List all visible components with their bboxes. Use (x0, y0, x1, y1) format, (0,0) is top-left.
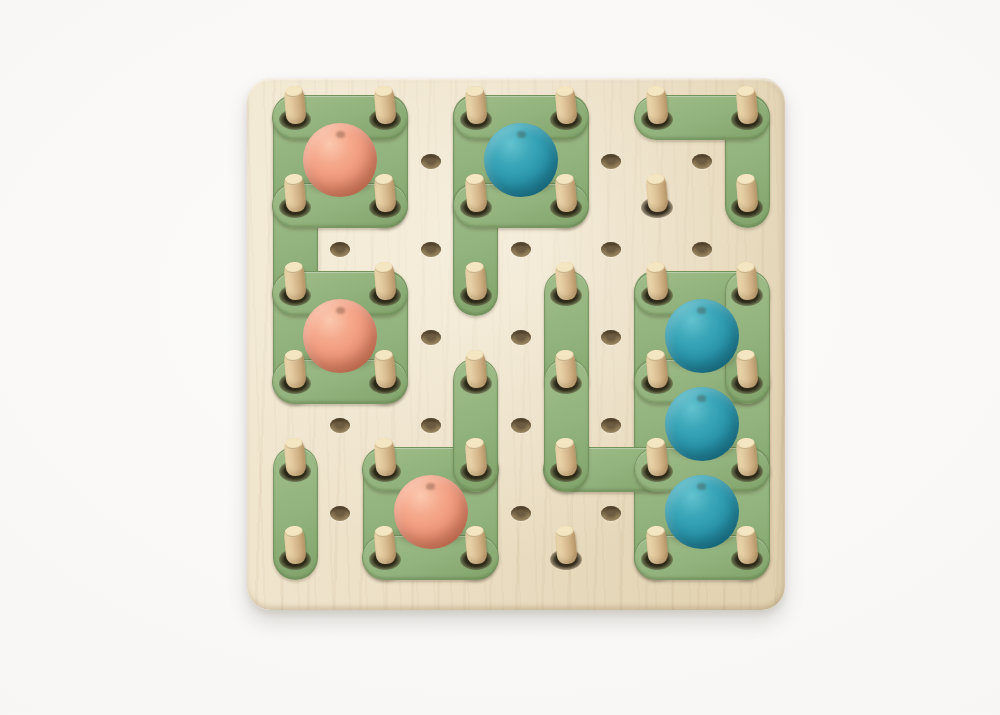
ball-hole (421, 418, 441, 433)
game-board (247, 78, 785, 610)
ball-dimple (426, 483, 435, 490)
ball-hole (330, 506, 350, 521)
peg[interactable] (464, 349, 487, 389)
ball-dimple (697, 483, 706, 490)
peg[interactable] (735, 349, 758, 389)
ball-hole (330, 242, 350, 257)
peg[interactable] (645, 85, 668, 125)
peg[interactable] (555, 261, 578, 301)
ball-orange[interactable] (303, 123, 377, 197)
peg[interactable] (283, 437, 306, 477)
ball-dimple (697, 307, 706, 314)
peg[interactable] (374, 437, 397, 477)
ball-hole (421, 154, 441, 169)
peg[interactable] (555, 437, 578, 477)
ball-hole (511, 506, 531, 521)
ball-hole (692, 242, 712, 257)
ball-hole (511, 242, 531, 257)
ball-dimple (697, 395, 706, 402)
peg[interactable] (283, 261, 306, 301)
peg[interactable] (283, 525, 306, 565)
peg[interactable] (735, 85, 758, 125)
ball-hole (421, 330, 441, 345)
peg[interactable] (735, 261, 758, 301)
peg[interactable] (374, 85, 397, 125)
ball-hole (601, 418, 621, 433)
peg[interactable] (735, 173, 758, 213)
peg[interactable] (555, 525, 578, 565)
product-photo-scene (0, 0, 1000, 715)
ball-teal[interactable] (665, 299, 739, 373)
peg[interactable] (555, 349, 578, 389)
peg[interactable] (555, 85, 578, 125)
ball-orange[interactable] (303, 299, 377, 373)
ball-hole (601, 330, 621, 345)
ball-hole (421, 242, 441, 257)
ball-dimple (336, 307, 345, 314)
ball-hole (511, 418, 531, 433)
ball-teal[interactable] (665, 475, 739, 549)
peg[interactable] (735, 525, 758, 565)
peg[interactable] (735, 437, 758, 477)
ball-hole (330, 418, 350, 433)
peg[interactable] (374, 261, 397, 301)
ball-hole (601, 154, 621, 169)
peg[interactable] (645, 173, 668, 213)
ball-dimple (517, 131, 526, 138)
peg[interactable] (555, 173, 578, 213)
ball-hole (511, 330, 531, 345)
ball-hole (692, 154, 712, 169)
peg[interactable] (645, 261, 668, 301)
peg[interactable] (464, 437, 487, 477)
peg[interactable] (464, 525, 487, 565)
ball-dimple (336, 131, 345, 138)
peg[interactable] (283, 85, 306, 125)
ball-teal[interactable] (665, 387, 739, 461)
peg[interactable] (464, 261, 487, 301)
ball-hole (601, 506, 621, 521)
ball-orange[interactable] (394, 475, 468, 549)
peg[interactable] (464, 85, 487, 125)
ball-teal[interactable] (484, 123, 558, 197)
ball-hole (601, 242, 621, 257)
